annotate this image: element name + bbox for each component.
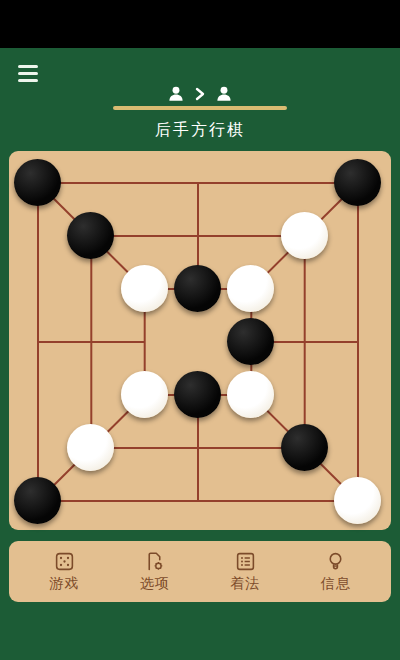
non-point-cell — [11, 421, 64, 474]
turn-arrow-icon — [194, 87, 206, 101]
empty-point[interactable] — [171, 156, 224, 209]
non-point-cell — [118, 156, 171, 209]
non-point-cell — [64, 262, 117, 315]
black-piece[interactable] — [11, 474, 64, 527]
white-piece[interactable] — [64, 421, 117, 474]
first-player-icon — [167, 85, 185, 103]
info-bulb-icon — [325, 551, 346, 572]
black-piece[interactable] — [11, 156, 64, 209]
non-point-cell — [331, 421, 384, 474]
non-point-cell — [64, 474, 117, 527]
non-point-cell — [331, 209, 384, 262]
white-piece[interactable] — [118, 262, 171, 315]
black-piece[interactable] — [64, 209, 117, 262]
empty-point[interactable] — [278, 315, 331, 368]
morris-board[interactable] — [9, 151, 391, 530]
non-point-cell — [64, 368, 117, 421]
non-point-cell — [171, 315, 224, 368]
non-point-cell — [11, 368, 64, 421]
hamburger-menu-icon[interactable] — [18, 65, 38, 82]
dice-icon — [54, 551, 75, 572]
empty-point[interactable] — [64, 315, 117, 368]
empty-point[interactable] — [331, 315, 384, 368]
black-piece[interactable] — [278, 421, 331, 474]
non-point-cell — [11, 262, 64, 315]
bottom-toolbar: 游戏 — [9, 541, 391, 602]
non-point-cell — [224, 421, 277, 474]
empty-point[interactable] — [118, 315, 171, 368]
non-point-cell — [331, 368, 384, 421]
app-screen: 后手方行棋 — [0, 0, 400, 660]
turn-status-text: 后手方行棋 — [0, 120, 400, 141]
non-point-cell — [224, 156, 277, 209]
game-button[interactable]: 游戏 — [36, 551, 92, 593]
moves-list-icon — [235, 551, 256, 572]
white-piece[interactable] — [224, 262, 277, 315]
non-point-cell — [278, 262, 331, 315]
options-button-label: 选项 — [140, 575, 170, 593]
non-point-cell — [331, 262, 384, 315]
moves-button-label: 着法 — [230, 575, 260, 593]
moves-button[interactable]: 着法 — [217, 551, 273, 593]
non-point-cell — [224, 209, 277, 262]
white-piece[interactable] — [118, 368, 171, 421]
non-point-cell — [278, 474, 331, 527]
white-piece[interactable] — [278, 209, 331, 262]
white-piece[interactable] — [331, 474, 384, 527]
empty-point[interactable] — [171, 421, 224, 474]
non-point-cell — [64, 156, 117, 209]
header-underline — [113, 106, 287, 110]
non-point-cell — [224, 474, 277, 527]
white-piece[interactable] — [224, 368, 277, 421]
empty-point[interactable] — [171, 474, 224, 527]
non-point-cell — [118, 474, 171, 527]
black-piece[interactable] — [331, 156, 384, 209]
game-button-label: 游戏 — [49, 575, 79, 593]
non-point-cell — [278, 368, 331, 421]
info-button[interactable]: 信息 — [308, 551, 364, 593]
options-button[interactable]: 选项 — [127, 551, 183, 593]
non-point-cell — [118, 421, 171, 474]
black-piece[interactable] — [171, 262, 224, 315]
non-point-cell — [118, 209, 171, 262]
turn-indicator — [0, 84, 400, 104]
second-player-icon — [215, 85, 233, 103]
options-gear-icon — [144, 551, 165, 572]
board-grid — [11, 156, 384, 527]
empty-point[interactable] — [171, 209, 224, 262]
status-bar — [0, 0, 400, 48]
empty-point[interactable] — [11, 315, 64, 368]
non-point-cell — [278, 156, 331, 209]
non-point-cell — [11, 209, 64, 262]
info-button-label: 信息 — [321, 575, 351, 593]
black-piece[interactable] — [171, 368, 224, 421]
black-piece[interactable] — [224, 315, 277, 368]
